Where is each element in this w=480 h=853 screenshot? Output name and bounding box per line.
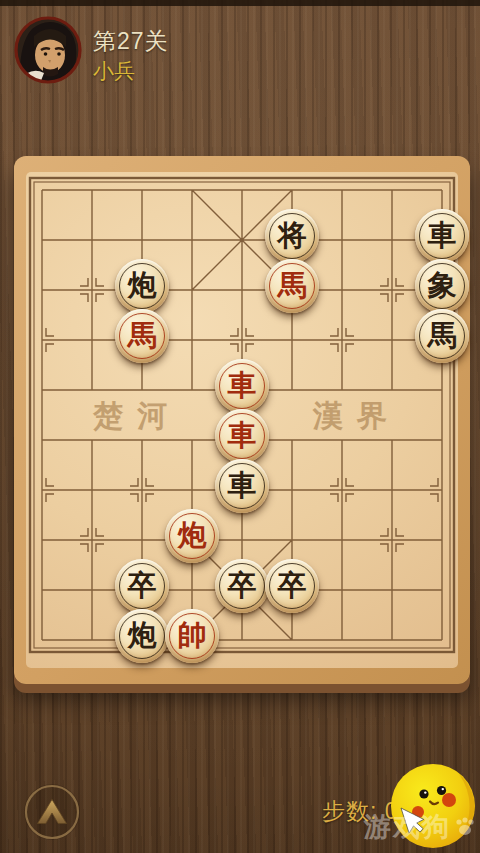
river-label-left: 楚河 [50,396,210,437]
game-screen: 第27关 小兵 楚河 漢界 将車炮馬象馬馬車車車炮卒卒卒炮帥 步数: 0 [0,0,480,853]
piece-glyph: 馬 [428,321,457,350]
piece-glyph: 車 [228,371,257,400]
piece-glyph: 卒 [228,571,257,600]
top-strip [0,0,480,6]
stage-subtitle: 小兵 [93,57,135,85]
piece-glyph: 炮 [128,621,157,650]
piece-卒-black[interactable]: 卒 [265,559,319,613]
xiangqi-board[interactable]: 楚河 漢界 将車炮馬象馬馬車車車炮卒卒卒炮帥 [14,156,470,684]
river-label-right: 漢界 [270,396,430,437]
piece-馬-red[interactable]: 馬 [115,309,169,363]
piece-炮-black[interactable]: 炮 [115,609,169,663]
piece-炮-red[interactable]: 炮 [165,509,219,563]
collapse-panel-button[interactable] [24,784,80,840]
piece-glyph: 炮 [128,271,157,300]
piece-glyph: 馬 [128,321,157,350]
piece-馬-black[interactable]: 馬 [415,309,469,363]
chevron-up-icon [24,784,80,840]
piece-glyph: 車 [228,471,257,500]
piece-車-red[interactable]: 車 [215,409,269,463]
watermark-text: 游戏狗 [364,809,451,845]
piece-glyph: 馬 [278,271,307,300]
piece-将-black[interactable]: 将 [265,209,319,263]
piece-車-red[interactable]: 車 [215,359,269,413]
piece-glyph: 車 [228,421,257,450]
piece-glyph: 卒 [128,571,157,600]
piece-卒-black[interactable]: 卒 [215,559,269,613]
piece-glyph: 帥 [178,621,207,650]
piece-車-black[interactable]: 車 [215,459,269,513]
piece-glyph: 象 [428,271,457,300]
piece-glyph: 卒 [278,571,307,600]
piece-glyph: 将 [278,221,307,250]
piece-象-black[interactable]: 象 [415,259,469,313]
piece-glyph: 車 [428,221,457,250]
piece-車-black[interactable]: 車 [415,209,469,263]
piece-帥-red[interactable]: 帥 [165,609,219,663]
piece-卒-black[interactable]: 卒 [115,559,169,613]
piece-馬-red[interactable]: 馬 [265,259,319,313]
level-title: 第27关 [93,26,169,57]
piece-glyph: 炮 [178,521,207,550]
avatar[interactable] [14,16,82,84]
warrior-portrait-icon [14,16,82,84]
watermark: 游戏狗 [364,809,477,845]
paw-icon [453,815,477,839]
piece-炮-black[interactable]: 炮 [115,259,169,313]
